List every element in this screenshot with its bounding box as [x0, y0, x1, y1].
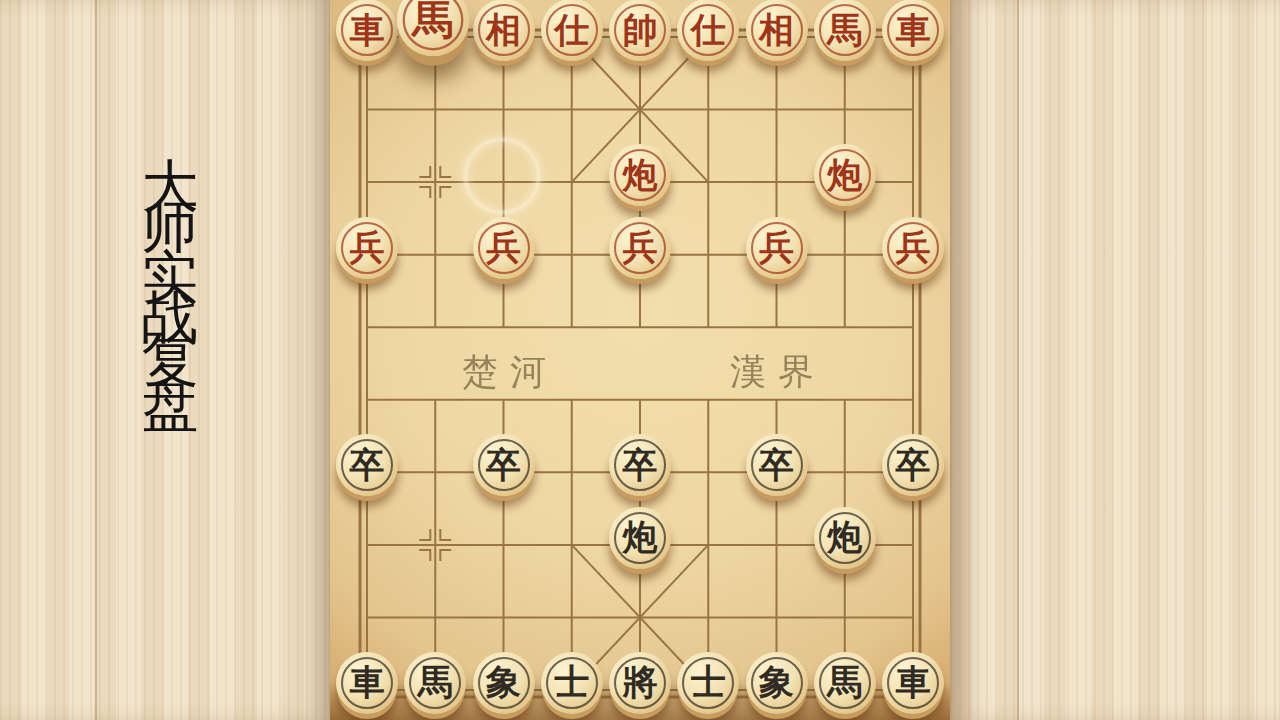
- piece-glyph: 炮: [827, 519, 862, 554]
- piece-glyph: 炮: [623, 519, 658, 554]
- piece-glyph: 仕: [691, 12, 726, 47]
- left-title: 大师实战复盘: [142, 112, 199, 376]
- piece-red-elephant[interactable]: 相: [746, 0, 808, 61]
- piece-glyph: 卒: [896, 447, 931, 482]
- piece-black-chariot[interactable]: 車: [336, 652, 398, 714]
- piece-red-cannon[interactable]: 炮: [609, 144, 671, 206]
- piece-black-soldier[interactable]: 卒: [609, 434, 671, 496]
- piece-black-advisor[interactable]: 士: [541, 652, 603, 714]
- river-label-chu: 楚河: [462, 348, 558, 397]
- piece-glyph: 兵: [896, 229, 931, 264]
- piece-black-soldier[interactable]: 卒: [882, 434, 944, 496]
- piece-glyph: 帥: [623, 12, 658, 47]
- piece-glyph: 相: [759, 12, 794, 47]
- piece-red-cannon[interactable]: 炮: [814, 144, 876, 206]
- piece-glyph: 炮: [827, 157, 862, 192]
- app-screen: 大师实战复盘 中炮对屏风马: [0, 0, 1280, 720]
- piece-glyph: 象: [759, 664, 794, 699]
- piece-glyph: 炮: [623, 157, 658, 192]
- piece-black-soldier[interactable]: 卒: [336, 434, 398, 496]
- right-wood-panel: 中炮对屏风马: [950, 0, 1280, 720]
- piece-glyph: 卒: [759, 447, 794, 482]
- piece-black-chariot[interactable]: 車: [882, 652, 944, 714]
- piece-red-general[interactable]: 帥: [609, 0, 671, 61]
- move-target-glow: [464, 138, 540, 214]
- piece-glyph: 象: [486, 664, 521, 699]
- piece-red-chariot[interactable]: 車: [336, 0, 398, 61]
- piece-glyph: 卒: [486, 447, 521, 482]
- piece-glyph: 兵: [486, 229, 521, 264]
- xiangqi-board[interactable]: [330, 0, 950, 720]
- piece-red-soldier[interactable]: 兵: [746, 217, 808, 279]
- piece-glyph: 車: [350, 12, 385, 47]
- piece-glyph: 將: [623, 664, 658, 699]
- piece-red-soldier[interactable]: 兵: [473, 217, 535, 279]
- piece-glyph: 車: [350, 664, 385, 699]
- piece-red-advisor[interactable]: 仕: [677, 0, 739, 61]
- piece-red-elephant[interactable]: 相: [473, 0, 535, 61]
- piece-black-general[interactable]: 將: [609, 652, 671, 714]
- piece-black-horse[interactable]: 馬: [404, 652, 466, 714]
- piece-glyph: 車: [896, 12, 931, 47]
- wood-plank-seam: [95, 0, 97, 720]
- piece-black-soldier[interactable]: 卒: [746, 434, 808, 496]
- piece-glyph: 兵: [759, 229, 794, 264]
- piece-glyph: 士: [554, 664, 589, 699]
- piece-black-elephant[interactable]: 象: [746, 652, 808, 714]
- piece-glyph: 兵: [623, 229, 658, 264]
- river-label-han: 漢界: [730, 348, 826, 397]
- piece-glyph: 馬: [413, 0, 454, 39]
- piece-glyph: 士: [691, 664, 726, 699]
- left-wood-panel: 大师实战复盘: [0, 0, 330, 720]
- piece-glyph: 卒: [623, 447, 658, 482]
- piece-glyph: 仕: [554, 12, 589, 47]
- piece-black-soldier[interactable]: 卒: [473, 434, 535, 496]
- piece-glyph: 卒: [350, 447, 385, 482]
- piece-black-horse[interactable]: 馬: [814, 652, 876, 714]
- piece-black-elephant[interactable]: 象: [473, 652, 535, 714]
- piece-red-soldier[interactable]: 兵: [336, 217, 398, 279]
- piece-black-cannon[interactable]: 炮: [609, 507, 671, 569]
- piece-glyph: 馬: [827, 664, 862, 699]
- piece-glyph: 兵: [350, 229, 385, 264]
- piece-red-advisor[interactable]: 仕: [541, 0, 603, 61]
- piece-glyph: 馬: [827, 12, 862, 47]
- piece-red-soldier[interactable]: 兵: [609, 217, 671, 279]
- piece-glyph: 相: [486, 12, 521, 47]
- piece-red-chariot[interactable]: 車: [882, 0, 944, 61]
- piece-glyph: 車: [896, 664, 931, 699]
- piece-black-cannon[interactable]: 炮: [814, 507, 876, 569]
- board-grid: [330, 0, 950, 720]
- piece-black-advisor[interactable]: 士: [677, 652, 739, 714]
- wood-plank-seam: [1017, 0, 1019, 720]
- piece-glyph: 馬: [418, 664, 453, 699]
- piece-red-horse[interactable]: 馬: [814, 0, 876, 61]
- piece-red-soldier[interactable]: 兵: [882, 217, 944, 279]
